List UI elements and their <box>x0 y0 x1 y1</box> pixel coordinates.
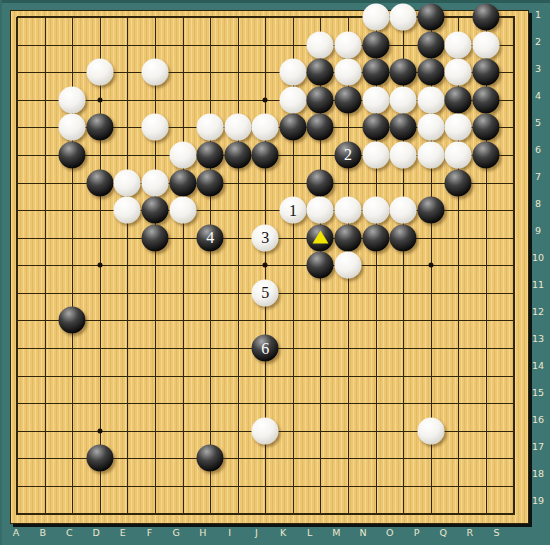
stone-black-L3[interactable] <box>307 59 334 86</box>
go-app-window: 214356 ABCDEFGHIJKLMNOPQRS 1234567891011… <box>0 0 550 545</box>
stone-black-D5[interactable] <box>86 114 113 141</box>
stone-white-D3[interactable] <box>86 59 113 86</box>
stone-white-J16[interactable] <box>252 417 279 444</box>
star-point-D10 <box>97 263 102 268</box>
stone-white-P6[interactable] <box>417 141 444 168</box>
stone-white-K3[interactable] <box>279 59 306 86</box>
stone-white-N6[interactable] <box>362 141 389 168</box>
row-label-5: 5 <box>535 118 541 128</box>
stone-black-M4[interactable] <box>335 86 362 113</box>
stone-white-E8[interactable] <box>114 197 141 224</box>
stone-black-P1[interactable] <box>417 4 444 31</box>
stone-white-E7[interactable] <box>114 169 141 196</box>
stone-white-J5[interactable] <box>252 114 279 141</box>
grid-line-horizontal <box>17 376 515 377</box>
stone-white-P5[interactable] <box>417 114 444 141</box>
stone-white-M8[interactable] <box>335 197 362 224</box>
stone-black-H9[interactable]: 4 <box>197 224 224 251</box>
row-label-7: 7 <box>535 172 541 182</box>
stone-white-K4[interactable] <box>279 86 306 113</box>
col-label-D: D <box>92 528 99 538</box>
stone-black-M9[interactable] <box>335 224 362 251</box>
move-number-label: 6 <box>261 340 269 356</box>
stone-black-D7[interactable] <box>86 169 113 196</box>
stone-white-M3[interactable] <box>335 59 362 86</box>
row-label-12: 12 <box>532 307 544 317</box>
stone-black-O5[interactable] <box>390 114 417 141</box>
stone-black-L10[interactable] <box>307 252 334 279</box>
col-label-Q: Q <box>439 528 446 538</box>
stone-white-Q5[interactable] <box>445 114 472 141</box>
stone-black-C12[interactable] <box>59 307 86 334</box>
stone-black-H6[interactable] <box>197 141 224 168</box>
col-label-M: M <box>332 528 340 538</box>
stone-black-H17[interactable] <box>197 445 224 472</box>
stone-black-R4[interactable] <box>473 86 500 113</box>
row-label-18: 18 <box>532 469 544 479</box>
grid-line-vertical <box>513 17 515 515</box>
stone-black-I6[interactable] <box>224 141 251 168</box>
row-label-16: 16 <box>532 415 544 425</box>
star-point-J10 <box>263 263 268 268</box>
stone-white-O4[interactable] <box>390 86 417 113</box>
stone-white-I5[interactable] <box>224 114 251 141</box>
row-label-8: 8 <box>535 199 541 209</box>
move-number-label: 2 <box>344 147 352 163</box>
col-label-K: K <box>280 528 286 538</box>
star-point-D4 <box>97 97 102 102</box>
row-label-11: 11 <box>532 280 544 290</box>
grid-line-horizontal <box>17 486 515 487</box>
stone-black-N9[interactable] <box>362 224 389 251</box>
row-label-19: 19 <box>532 496 544 506</box>
stone-black-C6[interactable] <box>59 141 86 168</box>
row-label-4: 4 <box>535 91 541 101</box>
stone-black-Q4[interactable] <box>445 86 472 113</box>
stone-white-N1[interactable] <box>362 4 389 31</box>
row-label-10: 10 <box>532 253 544 263</box>
stone-black-P3[interactable] <box>417 59 444 86</box>
star-point-D16 <box>97 428 102 433</box>
stone-black-P2[interactable] <box>417 31 444 58</box>
grid-line-horizontal <box>17 513 515 515</box>
stone-white-P4[interactable] <box>417 86 444 113</box>
stone-white-O8[interactable] <box>390 197 417 224</box>
triangle-marker-icon <box>312 231 328 244</box>
stone-black-R3[interactable] <box>473 59 500 86</box>
stone-white-F5[interactable] <box>141 114 168 141</box>
row-label-1: 1 <box>535 10 541 20</box>
stone-black-J6[interactable] <box>252 141 279 168</box>
stone-black-R5[interactable] <box>473 114 500 141</box>
stone-black-O9[interactable] <box>390 224 417 251</box>
stone-black-F9[interactable] <box>141 224 168 251</box>
stone-white-P16[interactable] <box>417 417 444 444</box>
stone-black-F8[interactable] <box>141 197 168 224</box>
col-label-E: E <box>120 528 126 538</box>
col-label-G: G <box>173 528 180 538</box>
stone-black-D17[interactable] <box>86 445 113 472</box>
col-label-I: I <box>228 528 231 538</box>
stone-white-F7[interactable] <box>141 169 168 196</box>
stone-black-O3[interactable] <box>390 59 417 86</box>
row-label-3: 3 <box>535 64 541 74</box>
stone-white-O6[interactable] <box>390 141 417 168</box>
stone-white-Q2[interactable] <box>445 31 472 58</box>
stone-black-L4[interactable] <box>307 86 334 113</box>
col-label-S: S <box>494 528 500 538</box>
board-grid: 214356 <box>17 17 514 514</box>
move-number-label: 3 <box>261 230 269 246</box>
stone-white-L2[interactable] <box>307 31 334 58</box>
row-label-6: 6 <box>535 145 541 155</box>
stone-white-M2[interactable] <box>335 31 362 58</box>
col-label-C: C <box>66 528 73 538</box>
col-label-J: J <box>255 528 258 538</box>
stone-white-Q6[interactable] <box>445 141 472 168</box>
col-label-A: A <box>13 528 20 538</box>
col-label-H: H <box>199 528 206 538</box>
stone-black-P8[interactable] <box>417 197 444 224</box>
stone-white-H5[interactable] <box>197 114 224 141</box>
stone-black-K5[interactable] <box>279 114 306 141</box>
stone-white-M10[interactable] <box>335 252 362 279</box>
col-label-L: L <box>307 528 312 538</box>
col-label-B: B <box>39 528 46 538</box>
col-label-F: F <box>147 528 152 538</box>
col-label-N: N <box>360 528 367 538</box>
stone-black-N3[interactable] <box>362 59 389 86</box>
stone-black-N5[interactable] <box>362 114 389 141</box>
stone-white-K8[interactable]: 1 <box>279 197 306 224</box>
move-number-label: 5 <box>261 285 269 301</box>
grid-line-horizontal <box>17 403 515 404</box>
row-label-15: 15 <box>532 388 544 398</box>
row-label-14: 14 <box>532 361 544 371</box>
stone-black-H7[interactable] <box>197 169 224 196</box>
stone-black-M6[interactable]: 2 <box>335 141 362 168</box>
stone-white-C4[interactable] <box>59 86 86 113</box>
stone-white-O1[interactable] <box>390 4 417 31</box>
move-number-label: 1 <box>289 202 297 218</box>
stone-white-Q3[interactable] <box>445 59 472 86</box>
grid-line-horizontal <box>17 320 515 321</box>
stone-white-F3[interactable] <box>141 59 168 86</box>
row-label-13: 13 <box>532 334 544 344</box>
stone-white-L8[interactable] <box>307 197 334 224</box>
stone-white-J9[interactable]: 3 <box>252 224 279 251</box>
stone-white-G6[interactable] <box>169 141 196 168</box>
col-label-O: O <box>386 528 393 538</box>
stone-black-G7[interactable] <box>169 169 196 196</box>
col-label-P: P <box>414 528 420 538</box>
row-label-17: 17 <box>532 442 544 452</box>
stone-black-Q7[interactable] <box>445 169 472 196</box>
stone-white-R2[interactable] <box>473 31 500 58</box>
star-point-J4 <box>263 97 268 102</box>
row-label-9: 9 <box>535 226 541 236</box>
stone-white-G8[interactable] <box>169 197 196 224</box>
col-label-R: R <box>467 528 474 538</box>
stone-white-C5[interactable] <box>59 114 86 141</box>
stone-black-R6[interactable] <box>473 141 500 168</box>
stone-white-N8[interactable] <box>362 197 389 224</box>
row-label-2: 2 <box>535 37 541 47</box>
stone-white-J11[interactable]: 5 <box>252 279 279 306</box>
stone-black-R1[interactable] <box>473 4 500 31</box>
stone-black-N2[interactable] <box>362 31 389 58</box>
stone-white-N4[interactable] <box>362 86 389 113</box>
star-point-P10 <box>428 263 433 268</box>
stone-black-L5[interactable] <box>307 114 334 141</box>
stone-black-J13[interactable]: 6 <box>252 335 279 362</box>
stone-black-L7[interactable] <box>307 169 334 196</box>
move-number-label: 4 <box>206 230 214 246</box>
stone-black-L9[interactable] <box>307 224 334 251</box>
